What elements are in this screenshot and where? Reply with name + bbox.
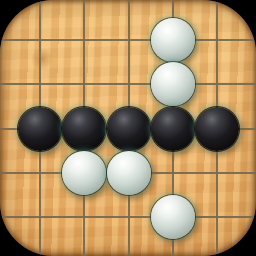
white-stone bbox=[107, 151, 151, 195]
white-stone bbox=[151, 195, 195, 239]
black-stone bbox=[151, 107, 195, 151]
white-stone bbox=[151, 62, 195, 106]
black-stone bbox=[195, 107, 239, 151]
black-stone bbox=[18, 107, 62, 151]
black-stone bbox=[62, 107, 106, 151]
gomoku-app-icon[interactable] bbox=[0, 0, 256, 256]
white-stone bbox=[62, 151, 106, 195]
black-stone bbox=[107, 107, 151, 151]
white-stone bbox=[151, 18, 195, 62]
grid-line-horizontal-4 bbox=[0, 216, 256, 218]
